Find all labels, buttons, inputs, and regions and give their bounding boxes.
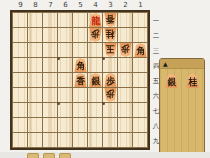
file-label: 1 — [133, 1, 148, 9]
board-cell[interactable] — [43, 133, 58, 148]
board-cell[interactable] — [13, 88, 28, 103]
board-cell[interactable] — [103, 133, 118, 148]
board-cell[interactable] — [88, 103, 103, 118]
file-label: 3 — [103, 1, 118, 9]
file-label: 2 — [118, 1, 133, 9]
star-point — [57, 57, 60, 60]
piece-kanji: 歩 — [106, 76, 115, 88]
hand-pieces: 銀桂 — [161, 69, 203, 89]
board-cell[interactable] — [73, 28, 88, 43]
file-label: 6 — [58, 1, 73, 9]
board-cell[interactable] — [73, 133, 88, 148]
piece-kanji: 龍 — [91, 16, 100, 28]
board-cell[interactable] — [133, 103, 148, 118]
cutoff-ui-stub — [59, 153, 71, 158]
piece-kanji: 香 — [106, 13, 115, 25]
piece-kanji: 銀 — [91, 76, 100, 88]
board-cell[interactable] — [28, 103, 43, 118]
board-cell[interactable] — [43, 118, 58, 133]
board-cell[interactable] — [28, 28, 43, 43]
board-cell[interactable] — [73, 88, 88, 103]
star-point — [102, 102, 105, 105]
board-cell[interactable] — [13, 28, 28, 43]
file-label: 9 — [13, 1, 28, 9]
board-cell[interactable] — [58, 133, 73, 148]
board-cell[interactable] — [43, 88, 58, 103]
star-point — [102, 57, 105, 60]
shogi-board: 龍香歩桂玉歩角角香銀歩歩 — [10, 10, 150, 150]
star-point — [57, 102, 60, 105]
hand-piece[interactable]: 銀 — [165, 74, 178, 88]
piece-kanji: 角 — [136, 46, 145, 58]
board-cell[interactable] — [88, 43, 103, 58]
cutoff-ui-stub — [27, 153, 39, 158]
hand-piece[interactable]: 桂 — [186, 74, 199, 88]
board-cell[interactable] — [133, 133, 148, 148]
sente-marker-icon: ▲ — [160, 59, 168, 68]
board-cell[interactable] — [88, 133, 103, 148]
board-cell[interactable] — [103, 58, 118, 73]
board-cell[interactable] — [13, 58, 28, 73]
board-cell[interactable] — [103, 103, 118, 118]
piece-kanji: 桂 — [106, 28, 115, 40]
board-cell[interactable] — [58, 103, 73, 118]
piece-kanji: 歩 — [91, 28, 100, 40]
board-cell[interactable] — [118, 58, 133, 73]
board-cell[interactable] — [118, 118, 133, 133]
piece-kanji: 桂 — [188, 77, 197, 89]
board-cell[interactable] — [13, 118, 28, 133]
board-cell[interactable] — [28, 73, 43, 88]
board-cell[interactable] — [28, 13, 43, 28]
board-cell[interactable] — [28, 118, 43, 133]
file-label: 8 — [28, 1, 43, 9]
board-cell[interactable] — [133, 13, 148, 28]
board-cell[interactable] — [43, 73, 58, 88]
sente-komadai: ▲ 銀桂 — [159, 58, 205, 155]
board-cell[interactable] — [133, 73, 148, 88]
board-cell[interactable] — [28, 88, 43, 103]
board-cell[interactable] — [118, 133, 133, 148]
file-label: 4 — [88, 1, 103, 9]
board-cell[interactable] — [28, 58, 43, 73]
board-cell[interactable] — [43, 13, 58, 28]
shogi-app: 987654321 龍香歩桂玉歩角角香銀歩歩 一二三四五六七八九 ▲ 銀桂 — [0, 0, 210, 158]
board-cell[interactable] — [88, 58, 103, 73]
piece-kanji: 角 — [76, 61, 85, 73]
piece-kanji: 香 — [76, 76, 85, 88]
piece-kanji: 歩 — [106, 88, 115, 100]
board-cell[interactable] — [88, 118, 103, 133]
board-cell[interactable] — [28, 133, 43, 148]
board-cell[interactable] — [73, 43, 88, 58]
board-cell[interactable] — [73, 13, 88, 28]
board-cell[interactable] — [73, 118, 88, 133]
board-cell[interactable] — [133, 58, 148, 73]
board-cell[interactable] — [118, 13, 133, 28]
board-cell[interactable] — [13, 73, 28, 88]
board-cell[interactable] — [13, 43, 28, 58]
piece-kanji: 銀 — [167, 77, 176, 89]
board-cell[interactable] — [58, 13, 73, 28]
board-cell[interactable] — [118, 73, 133, 88]
board-cell[interactable] — [58, 43, 73, 58]
board-cell[interactable] — [118, 88, 133, 103]
piece-kanji: 玉 — [106, 43, 115, 55]
board-cell[interactable] — [43, 28, 58, 43]
board-cell[interactable] — [103, 118, 118, 133]
rank-label: 三 — [152, 43, 160, 58]
piece-kanji: 歩 — [121, 43, 130, 55]
board-cell[interactable] — [118, 28, 133, 43]
file-label: 5 — [73, 1, 88, 9]
board-cell[interactable] — [133, 88, 148, 103]
cutoff-ui-stub — [43, 153, 55, 158]
board-cell[interactable] — [58, 28, 73, 43]
board-cell[interactable] — [13, 133, 28, 148]
file-labels: 987654321 — [13, 1, 148, 9]
board-cell[interactable] — [28, 43, 43, 58]
komadai-header: ▲ — [160, 59, 204, 69]
rank-label: 一 — [152, 13, 160, 28]
board-cell[interactable] — [43, 103, 58, 118]
board-cell[interactable] — [73, 103, 88, 118]
board-cell[interactable] — [43, 58, 58, 73]
board-cell[interactable] — [118, 103, 133, 118]
board-cell[interactable] — [13, 103, 28, 118]
board-cell[interactable] — [58, 73, 73, 88]
board-cell[interactable] — [133, 118, 148, 133]
board-cell[interactable] — [13, 13, 28, 28]
file-label: 7 — [43, 1, 58, 9]
board-cell[interactable] — [43, 43, 58, 58]
board-cell[interactable] — [58, 118, 73, 133]
board-cell[interactable] — [133, 28, 148, 43]
board-cell[interactable] — [58, 88, 73, 103]
board-cell[interactable] — [58, 58, 73, 73]
board-cell[interactable] — [88, 88, 103, 103]
rank-label: 二 — [152, 28, 160, 43]
